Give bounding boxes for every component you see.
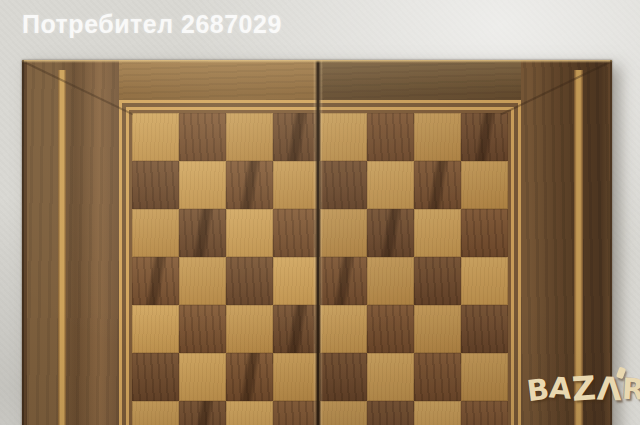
logo-letter-b: B — [525, 375, 550, 406]
shopping-bag-icon: Λ — [596, 373, 622, 406]
square-g6 — [414, 209, 461, 257]
square-c2 — [226, 401, 273, 425]
square-f7 — [367, 161, 414, 209]
square-g8 — [414, 113, 461, 161]
square-e3 — [320, 353, 367, 401]
square-c8 — [226, 113, 273, 161]
square-b2 — [179, 401, 226, 425]
square-c4 — [226, 305, 273, 353]
square-f2 — [367, 401, 414, 425]
square-a2 — [132, 401, 179, 425]
square-g5 — [414, 257, 461, 305]
board-left-edge — [22, 60, 24, 425]
square-c7 — [226, 161, 273, 209]
square-f4 — [367, 305, 414, 353]
logo-letter-a: A — [548, 373, 572, 403]
square-b5 — [179, 257, 226, 305]
board-top-edge-highlight — [22, 60, 612, 63]
square-f3 — [367, 353, 414, 401]
square-b8 — [179, 113, 226, 161]
square-h8 — [461, 113, 508, 161]
square-b4 — [179, 305, 226, 353]
photo-scene: Потребител 2687029 BAZΛR — [0, 0, 640, 425]
square-e2 — [320, 401, 367, 425]
square-e6 — [320, 209, 367, 257]
square-e5 — [320, 257, 367, 305]
square-c3 — [226, 353, 273, 401]
square-h5 — [461, 257, 508, 305]
square-f6 — [367, 209, 414, 257]
board-fold-seam — [313, 60, 323, 425]
watermark-username: Потребител 2687029 — [22, 10, 282, 39]
square-b3 — [179, 353, 226, 401]
square-g3 — [414, 353, 461, 401]
square-e4 — [320, 305, 367, 353]
logo-letter-r: R — [622, 374, 640, 404]
square-f5 — [367, 257, 414, 305]
chess-board — [22, 60, 612, 425]
square-h2 — [461, 401, 508, 425]
square-a5 — [132, 257, 179, 305]
square-a6 — [132, 209, 179, 257]
square-h6 — [461, 209, 508, 257]
square-e7 — [320, 161, 367, 209]
square-g7 — [414, 161, 461, 209]
square-e8 — [320, 113, 367, 161]
square-g2 — [414, 401, 461, 425]
inlay-stripe-left — [58, 70, 66, 425]
square-h4 — [461, 305, 508, 353]
square-a3 — [132, 353, 179, 401]
square-a7 — [132, 161, 179, 209]
square-a4 — [132, 305, 179, 353]
square-f8 — [367, 113, 414, 161]
board-frame-left-rail — [22, 60, 119, 425]
square-h7 — [461, 161, 508, 209]
square-b7 — [179, 161, 226, 209]
square-h3 — [461, 353, 508, 401]
logo-letter-z: Z — [570, 371, 596, 406]
square-g4 — [414, 305, 461, 353]
square-c6 — [226, 209, 273, 257]
square-c5 — [226, 257, 273, 305]
bazar-logo: BAZΛR — [527, 372, 640, 405]
square-b6 — [179, 209, 226, 257]
square-a8 — [132, 113, 179, 161]
